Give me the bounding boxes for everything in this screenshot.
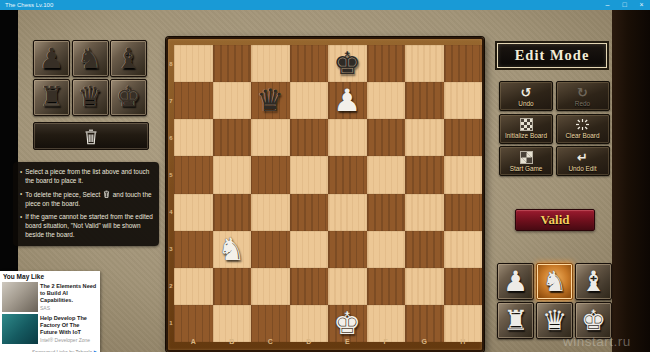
square-e6[interactable] bbox=[328, 119, 367, 156]
square-a2[interactable] bbox=[174, 268, 213, 305]
square-f8[interactable] bbox=[367, 45, 406, 82]
chess-board: 87654321 ♚♛♟♞♚ ABCDEFGH bbox=[166, 37, 484, 352]
square-e7[interactable]: ♟ bbox=[328, 82, 367, 119]
black-king-icon: ♚ bbox=[116, 83, 141, 111]
white-king-icon: ♚ bbox=[581, 307, 606, 335]
white-piece-tray: ♟♞♝♜♛♚ bbox=[497, 263, 612, 339]
close-button[interactable]: × bbox=[633, 0, 650, 10]
square-c2[interactable] bbox=[251, 268, 290, 305]
square-g4[interactable] bbox=[405, 194, 444, 231]
square-d4[interactable] bbox=[290, 194, 329, 231]
board-squares: ♚♛♟♞♚ bbox=[174, 45, 482, 342]
white-king: ♚ bbox=[333, 308, 361, 339]
instruction-item: •To delete the piece, Select and touch t… bbox=[20, 190, 153, 209]
black-knight-icon: ♞ bbox=[77, 45, 102, 73]
file-label-h: H bbox=[444, 338, 483, 350]
file-label-c: C bbox=[251, 338, 290, 350]
square-h4[interactable] bbox=[444, 194, 483, 231]
instructions-panel: •Select a piece from the list above and … bbox=[13, 162, 159, 246]
title-bar: The Chess Lv.100 – □ × bbox=[0, 0, 650, 10]
bullet-icon: • bbox=[20, 190, 22, 209]
square-d8[interactable] bbox=[290, 45, 329, 82]
square-a7[interactable] bbox=[174, 82, 213, 119]
square-g1[interactable] bbox=[405, 305, 444, 342]
instruction-item: •Select a piece from the list above and … bbox=[20, 168, 153, 186]
ad-thumbnail bbox=[2, 282, 38, 312]
ad-title: The 2 Elements Need to Build AI Capabili… bbox=[40, 283, 98, 304]
square-b3[interactable]: ♞ bbox=[213, 231, 252, 268]
edit-mode-title: Edit Mode bbox=[497, 43, 607, 68]
initialize-board-button[interactable]: Initialize Board bbox=[499, 114, 553, 144]
ad-header: You May Like bbox=[0, 271, 100, 281]
square-b2[interactable] bbox=[213, 268, 252, 305]
square-a5[interactable] bbox=[174, 156, 213, 193]
black-queen: ♛ bbox=[256, 85, 284, 116]
square-h6[interactable] bbox=[444, 119, 483, 156]
tray-white-rook-button[interactable]: ♜ bbox=[497, 302, 534, 339]
button-label: Start Game bbox=[510, 165, 543, 172]
ad-source: Intel® Developer Zone bbox=[40, 337, 98, 343]
button-label: Undo Edit bbox=[568, 165, 596, 172]
ad-item[interactable]: The 2 Elements Need to Build AI Capabili… bbox=[0, 281, 100, 313]
black-queen-icon: ♛ bbox=[77, 83, 102, 111]
button-label: Undo bbox=[518, 100, 533, 107]
file-label-f: F bbox=[367, 338, 406, 350]
ad-text: The 2 Elements Need to Build AI Capabili… bbox=[40, 282, 98, 312]
square-d5[interactable] bbox=[290, 156, 329, 193]
square-c3[interactable] bbox=[251, 231, 290, 268]
bullet-icon: • bbox=[20, 213, 22, 239]
square-c6[interactable] bbox=[251, 119, 290, 156]
black-king: ♚ bbox=[333, 48, 361, 79]
tray-white-pawn-button[interactable]: ♟ bbox=[497, 263, 534, 300]
black-piece-tray: ♟♞♝♜♛♚ bbox=[33, 40, 147, 116]
square-b6[interactable] bbox=[213, 119, 252, 156]
square-f4[interactable] bbox=[367, 194, 406, 231]
square-b5[interactable] bbox=[213, 156, 252, 193]
window-title: The Chess Lv.100 bbox=[0, 2, 599, 8]
square-a1[interactable] bbox=[174, 305, 213, 342]
file-labels: ABCDEFGH bbox=[174, 338, 482, 350]
tray-white-queen-button[interactable]: ♛ bbox=[536, 302, 573, 339]
ad-title: Help Develop The Factory Of The Future W… bbox=[40, 315, 98, 336]
minimize-button[interactable]: – bbox=[599, 0, 616, 10]
square-f7[interactable] bbox=[367, 82, 406, 119]
trash-icon bbox=[84, 128, 98, 145]
square-d2[interactable] bbox=[290, 268, 329, 305]
square-h7[interactable] bbox=[444, 82, 483, 119]
square-e3[interactable] bbox=[328, 231, 367, 268]
black-rook-icon: ♜ bbox=[39, 83, 64, 111]
square-f2[interactable] bbox=[367, 268, 406, 305]
square-g5[interactable] bbox=[405, 156, 444, 193]
white-knight: ♞ bbox=[218, 234, 246, 265]
white-pawn-icon: ♟ bbox=[503, 268, 528, 296]
square-a3[interactable] bbox=[174, 231, 213, 268]
black-pawn-icon: ♟ bbox=[39, 45, 64, 73]
square-d1[interactable] bbox=[290, 305, 329, 342]
file-label-b: B bbox=[213, 338, 252, 350]
clear-burst-icon bbox=[575, 118, 590, 131]
square-f6[interactable] bbox=[367, 119, 406, 156]
square-d3[interactable] bbox=[290, 231, 329, 268]
tray-white-bishop-button[interactable]: ♝ bbox=[575, 263, 612, 300]
square-f3[interactable] bbox=[367, 231, 406, 268]
square-e5[interactable] bbox=[328, 156, 367, 193]
validity-status-badge: Valid bbox=[515, 209, 595, 231]
square-c7[interactable]: ♛ bbox=[251, 82, 290, 119]
white-queen-icon: ♛ bbox=[542, 307, 567, 335]
instruction-item: •If the game cannot be started from the … bbox=[20, 213, 153, 239]
square-c5[interactable] bbox=[251, 156, 290, 193]
right-wood-strip bbox=[612, 10, 650, 352]
undo-edit-button[interactable]: ↵Undo Edit bbox=[556, 146, 610, 176]
tray-black-king-button[interactable]: ♚ bbox=[110, 79, 147, 116]
start-board-icon bbox=[520, 151, 533, 164]
undo-button[interactable]: ↺Undo bbox=[499, 81, 553, 111]
ad-text: Help Develop The Factory Of The Future W… bbox=[40, 314, 98, 344]
app-background: ♟♞♝♜♛♚ •Select a piece from the list abo… bbox=[0, 10, 650, 352]
square-c4[interactable] bbox=[251, 194, 290, 231]
tray-white-king-button[interactable]: ♚ bbox=[575, 302, 612, 339]
square-e2[interactable] bbox=[328, 268, 367, 305]
square-b1[interactable] bbox=[213, 305, 252, 342]
clear-board-button[interactable]: Clear Board bbox=[556, 114, 610, 144]
tray-black-queen-button[interactable]: ♛ bbox=[72, 79, 109, 116]
square-e8[interactable]: ♚ bbox=[328, 45, 367, 82]
square-g3[interactable] bbox=[405, 231, 444, 268]
undo-icon: ↺ bbox=[521, 86, 532, 99]
white-knight-icon: ♞ bbox=[542, 268, 567, 296]
delete-piece-button[interactable] bbox=[33, 122, 149, 150]
file-label-d: D bbox=[290, 338, 329, 350]
file-label-a: A bbox=[174, 338, 213, 350]
square-f5[interactable] bbox=[367, 156, 406, 193]
redo-icon: ↻ bbox=[577, 86, 588, 99]
square-g6[interactable] bbox=[405, 119, 444, 156]
square-g8[interactable] bbox=[405, 45, 444, 82]
square-e1[interactable]: ♚ bbox=[328, 305, 367, 342]
button-label: Redo bbox=[575, 100, 590, 107]
square-g7[interactable] bbox=[405, 82, 444, 119]
window-controls: – □ × bbox=[599, 0, 650, 10]
tray-black-bishop-button[interactable]: ♝ bbox=[110, 40, 147, 77]
ad-thumbnail bbox=[2, 314, 38, 344]
square-h8[interactable] bbox=[444, 45, 483, 82]
square-a8[interactable] bbox=[174, 45, 213, 82]
square-h3[interactable] bbox=[444, 231, 483, 268]
square-c8[interactable] bbox=[251, 45, 290, 82]
bullet-icon: • bbox=[20, 168, 22, 186]
trash-mini-icon bbox=[102, 191, 111, 198]
return-arrow-icon: ↵ bbox=[577, 151, 588, 164]
black-bishop-icon: ♝ bbox=[116, 45, 141, 73]
file-label-e: E bbox=[328, 338, 367, 350]
file-label-g: G bbox=[405, 338, 444, 350]
tray-white-knight-button[interactable]: ♞ bbox=[536, 263, 573, 300]
redo-button: ↻Redo bbox=[556, 81, 610, 111]
instruction-text: To delete the piece, Select and touch th… bbox=[25, 190, 153, 209]
maximize-button[interactable]: □ bbox=[616, 0, 633, 10]
start-game-button[interactable]: Start Game bbox=[499, 146, 553, 176]
square-h5[interactable] bbox=[444, 156, 483, 193]
ad-item[interactable]: Help Develop The Factory Of The Future W… bbox=[0, 313, 100, 345]
tray-black-pawn-button[interactable]: ♟ bbox=[33, 40, 70, 77]
instruction-text: If the game cannot be started from the e… bbox=[25, 213, 153, 239]
square-h1[interactable] bbox=[444, 305, 483, 342]
white-bishop-icon: ♝ bbox=[581, 268, 606, 296]
tray-black-rook-button[interactable]: ♜ bbox=[33, 79, 70, 116]
square-b4[interactable] bbox=[213, 194, 252, 231]
square-f1[interactable] bbox=[367, 305, 406, 342]
square-b7[interactable] bbox=[213, 82, 252, 119]
square-c1[interactable] bbox=[251, 305, 290, 342]
white-rook-icon: ♜ bbox=[503, 307, 528, 335]
edit-buttons-grid: ↺Undo↻RedoInitialize BoardClear BoardSta… bbox=[499, 81, 610, 176]
ad-panel: You May Like The 2 Elements Need to Buil… bbox=[0, 271, 100, 352]
button-label: Initialize Board bbox=[505, 132, 547, 139]
tray-black-knight-button[interactable]: ♞ bbox=[72, 40, 109, 77]
white-pawn: ♟ bbox=[333, 85, 361, 116]
square-d6[interactable] bbox=[290, 119, 329, 156]
ad-items: The 2 Elements Need to Build AI Capabili… bbox=[0, 281, 100, 345]
square-g2[interactable] bbox=[405, 268, 444, 305]
square-a6[interactable] bbox=[174, 119, 213, 156]
button-label: Clear Board bbox=[565, 132, 599, 139]
square-b8[interactable] bbox=[213, 45, 252, 82]
square-h2[interactable] bbox=[444, 268, 483, 305]
square-a4[interactable] bbox=[174, 194, 213, 231]
ad-source: SAS bbox=[40, 305, 98, 311]
square-d7[interactable] bbox=[290, 82, 329, 119]
square-e4[interactable] bbox=[328, 194, 367, 231]
checkerboard-icon bbox=[520, 118, 533, 131]
instruction-text: Select a piece from the list above and t… bbox=[25, 168, 153, 186]
